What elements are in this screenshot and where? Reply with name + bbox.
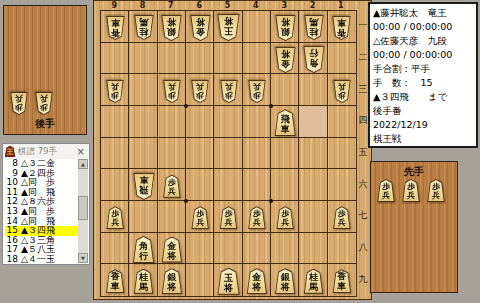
- board-square-6-9[interactable]: [186, 264, 214, 296]
- board-square-4-8[interactable]: [243, 233, 271, 265]
- gote-香車-piece[interactable]: 香車: [106, 16, 125, 40]
- sente-歩兵-piece[interactable]: 歩兵: [276, 206, 294, 229]
- board-square-9-6[interactable]: [101, 169, 129, 201]
- sente-player-name: ▲藤井聡太 竜王: [373, 6, 476, 20]
- board-square-9-5[interactable]: [101, 138, 129, 170]
- sente-玉将-piece[interactable]: 玉将: [217, 268, 240, 295]
- tournament-name: 棋王戦: [373, 132, 476, 146]
- rank-label: 八: [355, 232, 371, 264]
- board-square-3-3[interactable]: [271, 74, 299, 106]
- board-square-3-5[interactable]: [271, 138, 299, 170]
- board-square-7-5[interactable]: [158, 138, 186, 170]
- gote-歩兵-piece[interactable]: 歩兵: [191, 80, 209, 103]
- hoshi-dot: [184, 199, 188, 203]
- board-square-9-2[interactable]: [101, 43, 129, 75]
- board-square-2-7[interactable]: [299, 201, 327, 233]
- sente-hand-tray: 先手 歩兵歩兵歩兵: [370, 161, 458, 293]
- board-square-2-6[interactable]: [299, 169, 327, 201]
- board-square-8-3[interactable]: [129, 74, 157, 106]
- gote-歩兵-piece[interactable]: 歩兵: [248, 80, 266, 103]
- kifu-title: 棋譜 79手: [18, 146, 72, 158]
- board-square-2-5[interactable]: [299, 138, 327, 170]
- rank-label: 九: [355, 263, 371, 295]
- move-list: 8△３二金9▲２四歩10△同 歩11▲同 飛12△８六歩13▲同 歩14△同 飛…: [5, 159, 78, 263]
- gote-金将-piece[interactable]: 金将: [275, 47, 296, 73]
- sente-桂馬-piece[interactable]: 桂馬: [304, 269, 324, 294]
- sente-tray-label: 先手: [371, 165, 457, 179]
- sente-歩兵-piece[interactable]: 歩兵: [220, 206, 238, 229]
- board-square-4-1[interactable]: [243, 11, 271, 43]
- board-square-7-4[interactable]: [158, 106, 186, 138]
- gote-銀将-piece[interactable]: 銀将: [161, 15, 182, 41]
- gote-hand-tray: 歩兵歩兵 後手: [3, 5, 87, 135]
- board-square-3-6[interactable]: [271, 169, 299, 201]
- gote-tray-label: 後手: [4, 117, 86, 131]
- move-text: △４一玉: [21, 255, 55, 263]
- close-icon[interactable]: ×: [75, 146, 87, 158]
- board-grid: 香車桂馬銀将金将王将銀将桂馬香車金将角行歩兵歩兵歩兵歩兵歩兵歩兵飛車飛車歩兵歩兵…: [100, 10, 357, 297]
- rank-label: 七: [355, 200, 371, 232]
- board-square-1-6[interactable]: [328, 169, 356, 201]
- board-square-8-4[interactable]: [129, 106, 157, 138]
- move-list-scrollbar[interactable]: ▲ ▼: [78, 159, 88, 263]
- gote-銀将-piece[interactable]: 銀将: [275, 15, 296, 41]
- kifu-move-18[interactable]: 18△４一玉: [5, 255, 78, 263]
- sente-銀将-piece[interactable]: 銀将: [275, 268, 296, 294]
- rank-label: 六: [355, 168, 371, 200]
- sente-金将-piece[interactable]: 金将: [161, 237, 182, 263]
- gote-player-name: △佐藤天彦 九段: [373, 34, 476, 48]
- gote-歩兵-piece[interactable]: 歩兵: [106, 80, 124, 103]
- board-square-9-4[interactable]: [101, 106, 129, 138]
- gote-歩兵-piece[interactable]: 歩兵: [220, 80, 238, 103]
- gote-歩兵-piece[interactable]: 歩兵: [333, 80, 351, 103]
- board-square-6-4[interactable]: [186, 106, 214, 138]
- last-move-line: ▲３四飛 まで: [373, 90, 476, 104]
- gote-香車-piece[interactable]: 香車: [332, 16, 351, 40]
- gote-歩兵-piece[interactable]: 歩兵: [10, 92, 28, 115]
- board-square-8-7[interactable]: [129, 201, 157, 233]
- board-square-2-8[interactable]: [299, 233, 327, 265]
- board-square-1-4[interactable]: [328, 106, 356, 138]
- gote-金将-piece[interactable]: 金将: [190, 15, 211, 41]
- sente-桂馬-piece[interactable]: 桂馬: [134, 269, 154, 294]
- sente-歩兵-piece[interactable]: 歩兵: [333, 206, 351, 229]
- kifu-window: 王 棋譜 79手 × 8△３二金9▲２四歩10△同 歩11▲同 飛12△８六歩1…: [2, 143, 90, 265]
- board-square-6-8[interactable]: [186, 233, 214, 265]
- board-square-2-4[interactable]: [299, 106, 327, 138]
- sente-歩兵-piece[interactable]: 歩兵: [191, 206, 209, 229]
- board-square-8-2[interactable]: [129, 43, 157, 75]
- board-square-2-3[interactable]: [299, 74, 327, 106]
- kifu-titlebar: 王 棋譜 79手 ×: [3, 144, 89, 159]
- game-date: 2022/12/19: [373, 118, 476, 132]
- board-square-8-5[interactable]: [129, 138, 157, 170]
- gote-桂馬-piece[interactable]: 桂馬: [134, 15, 154, 40]
- board-square-4-2[interactable]: [243, 43, 271, 75]
- board-square-5-6[interactable]: [214, 169, 242, 201]
- board-square-4-4[interactable]: [243, 106, 271, 138]
- board-square-6-5[interactable]: [186, 138, 214, 170]
- gote-clock: 00:00 / 00:00:00: [373, 48, 476, 62]
- board-square-5-4[interactable]: [214, 106, 242, 138]
- sente-銀将-piece[interactable]: 銀将: [161, 268, 182, 294]
- board-square-6-6[interactable]: [186, 169, 214, 201]
- board-square-4-5[interactable]: [243, 138, 271, 170]
- move-count-line: 手 数： 15: [373, 76, 476, 90]
- hoshi-dot: [269, 104, 273, 108]
- handicap-line: 手合割：平手: [373, 62, 476, 76]
- sente-香車-piece[interactable]: 香車: [106, 269, 125, 293]
- gote-歩兵-piece[interactable]: 歩兵: [163, 80, 181, 103]
- board-square-5-8[interactable]: [214, 233, 242, 265]
- board-square-7-7[interactable]: [158, 201, 186, 233]
- sente-歩兵-piece[interactable]: 歩兵: [163, 175, 181, 198]
- board-square-1-5[interactable]: [328, 138, 356, 170]
- scroll-down-icon[interactable]: ▼: [78, 253, 88, 263]
- side-to-move-line: 後手番: [373, 104, 476, 118]
- board-square-5-2[interactable]: [214, 43, 242, 75]
- sente-香車-piece[interactable]: 香車: [332, 269, 351, 293]
- gote-歩兵-piece[interactable]: 歩兵: [35, 92, 53, 115]
- hoshi-dot: [269, 199, 273, 203]
- gote-角行-piece[interactable]: 角行: [303, 46, 325, 73]
- sente-角行-piece[interactable]: 角行: [133, 236, 155, 263]
- sente-歩兵-piece[interactable]: 歩兵: [248, 206, 266, 229]
- board-square-5-5[interactable]: [214, 138, 242, 170]
- board-square-1-8[interactable]: [328, 233, 356, 265]
- sente-clock: 00:00 / 00:00:00: [373, 20, 476, 34]
- move-number: 18: [5, 255, 18, 263]
- sente-歩兵-piece[interactable]: 歩兵: [427, 179, 445, 202]
- shogi-board: 987654321 一二三四五六七八九 香車桂馬銀将金将王将銀将桂馬香車金将角行…: [93, 0, 372, 300]
- gote-飛車-piece[interactable]: 飛車: [133, 173, 155, 200]
- hoshi-dot: [184, 104, 188, 108]
- gote-桂馬-piece[interactable]: 桂馬: [304, 15, 324, 40]
- gote-hand-pieces: 歩兵歩兵: [10, 92, 84, 115]
- shogi-piece-icon: 王: [5, 146, 15, 157]
- board-square-3-8[interactable]: [271, 233, 299, 265]
- board-square-9-8[interactable]: [101, 233, 129, 265]
- sente-hand-pieces: 歩兵歩兵歩兵: [377, 179, 455, 202]
- gote-王将-piece[interactable]: 王将: [217, 14, 240, 41]
- sente-歩兵-piece[interactable]: 歩兵: [106, 206, 124, 229]
- board-square-1-2[interactable]: [328, 43, 356, 75]
- scroll-up-icon[interactable]: ▲: [78, 159, 88, 169]
- game-info-panel: ▲藤井聡太 竜王 00:00 / 00:00:00 △佐藤天彦 九段 00:00…: [368, 2, 478, 148]
- sente-歩兵-piece[interactable]: 歩兵: [377, 179, 395, 202]
- sente-歩兵-piece[interactable]: 歩兵: [402, 179, 420, 202]
- sente-金将-piece[interactable]: 金将: [246, 268, 267, 294]
- board-square-6-2[interactable]: [186, 43, 214, 75]
- board-square-7-2[interactable]: [158, 43, 186, 75]
- scrollbar-thumb[interactable]: [78, 196, 88, 220]
- board-square-4-6[interactable]: [243, 169, 271, 201]
- sente-飛車-piece[interactable]: 飛車: [274, 109, 296, 136]
